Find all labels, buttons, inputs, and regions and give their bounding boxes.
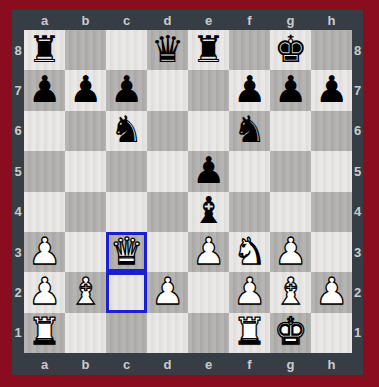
- piece-white-rook[interactable]: ♜: [233, 313, 266, 350]
- file-label-c-bottom: c: [106, 353, 147, 375]
- piece-black-king[interactable]: ♚: [274, 31, 307, 68]
- file-label-a-bottom: a: [24, 353, 65, 375]
- square-b3[interactable]: [65, 232, 106, 272]
- file-label-h-bottom: h: [311, 353, 352, 375]
- square-e6[interactable]: [188, 111, 229, 151]
- piece-white-queen[interactable]: ♛: [110, 233, 143, 270]
- square-a1[interactable]: ♜: [24, 313, 65, 353]
- piece-white-bishop[interactable]: ♝: [69, 273, 102, 310]
- piece-black-queen[interactable]: ♛: [151, 31, 184, 68]
- square-d2[interactable]: ♟: [147, 272, 188, 312]
- square-h8[interactable]: [311, 30, 352, 70]
- file-label-b-bottom: b: [65, 353, 106, 375]
- square-f6[interactable]: ♞: [229, 111, 270, 151]
- square-g3[interactable]: ♟: [270, 232, 311, 272]
- rank-label-3-left: 3: [12, 232, 24, 272]
- file-label-d-bottom: d: [147, 353, 188, 375]
- square-a6[interactable]: [24, 111, 65, 151]
- piece-white-pawn[interactable]: ♟: [28, 233, 61, 270]
- square-g4[interactable]: [270, 192, 311, 232]
- square-d5[interactable]: [147, 151, 188, 191]
- rank-label-4-left: 4: [12, 192, 24, 232]
- square-h4[interactable]: [311, 192, 352, 232]
- square-g2[interactable]: ♝: [270, 272, 311, 312]
- square-a2[interactable]: ♟: [24, 272, 65, 312]
- square-b7[interactable]: ♟: [65, 70, 106, 110]
- piece-black-rook[interactable]: ♜: [28, 31, 61, 68]
- piece-white-knight[interactable]: ♞: [233, 233, 266, 270]
- square-a8[interactable]: ♜: [24, 30, 65, 70]
- file-label-e-top: e: [188, 10, 229, 30]
- square-h6[interactable]: [311, 111, 352, 151]
- file-label-b-top: b: [65, 10, 106, 30]
- square-e3[interactable]: ♟: [188, 232, 229, 272]
- square-e2[interactable]: [188, 272, 229, 312]
- square-b8[interactable]: [65, 30, 106, 70]
- square-h2[interactable]: ♟: [311, 272, 352, 312]
- piece-white-pawn[interactable]: ♟: [274, 233, 307, 270]
- square-d7[interactable]: [147, 70, 188, 110]
- rank-label-7-right: 7: [352, 70, 363, 110]
- piece-white-pawn[interactable]: ♟: [233, 273, 266, 310]
- square-a5[interactable]: [24, 151, 65, 191]
- piece-white-bishop[interactable]: ♝: [274, 273, 307, 310]
- square-d8[interactable]: ♛: [147, 30, 188, 70]
- piece-black-pawn[interactable]: ♟: [315, 71, 348, 108]
- square-g8[interactable]: ♚: [270, 30, 311, 70]
- square-d6[interactable]: [147, 111, 188, 151]
- chess-app-window: abcdefgh abcdefgh 87654321 87654321 ♜♛♜♚…: [0, 0, 379, 387]
- piece-white-pawn[interactable]: ♟: [28, 273, 61, 310]
- piece-black-pawn[interactable]: ♟: [69, 71, 102, 108]
- file-label-d-top: d: [147, 10, 188, 30]
- square-e5[interactable]: ♟: [188, 151, 229, 191]
- piece-black-pawn[interactable]: ♟: [28, 71, 61, 108]
- square-h5[interactable]: [311, 151, 352, 191]
- square-b2[interactable]: ♝: [65, 272, 106, 312]
- square-h7[interactable]: ♟: [311, 70, 352, 110]
- square-c7[interactable]: ♟: [106, 70, 147, 110]
- rank-label-4-right: 4: [352, 192, 363, 232]
- file-label-f-bottom: f: [229, 353, 270, 375]
- square-a3[interactable]: ♟: [24, 232, 65, 272]
- file-label-h-top: h: [311, 10, 352, 30]
- piece-white-pawn[interactable]: ♟: [151, 273, 184, 310]
- square-a4[interactable]: [24, 192, 65, 232]
- rank-label-1-right: 1: [352, 313, 363, 353]
- piece-black-knight[interactable]: ♞: [233, 111, 266, 148]
- square-f8[interactable]: [229, 30, 270, 70]
- piece-white-rook[interactable]: ♜: [28, 313, 61, 350]
- rank-label-5-left: 5: [12, 151, 24, 191]
- square-c1[interactable]: [106, 313, 147, 353]
- square-f4[interactable]: [229, 192, 270, 232]
- piece-black-rook[interactable]: ♜: [192, 31, 225, 68]
- piece-white-pawn[interactable]: ♟: [192, 233, 225, 270]
- square-f7[interactable]: ♟: [229, 70, 270, 110]
- square-b4[interactable]: [65, 192, 106, 232]
- square-e8[interactable]: ♜: [188, 30, 229, 70]
- square-f2[interactable]: ♟: [229, 272, 270, 312]
- file-label-e-bottom: e: [188, 353, 229, 375]
- rank-labels-left: 87654321: [12, 30, 24, 353]
- square-h1[interactable]: [311, 313, 352, 353]
- rank-label-8-right: 8: [352, 30, 363, 70]
- file-label-f-top: f: [229, 10, 270, 30]
- rank-label-3-right: 3: [352, 232, 363, 272]
- square-e7[interactable]: [188, 70, 229, 110]
- square-d3[interactable]: [147, 232, 188, 272]
- rank-label-6-right: 6: [352, 111, 363, 151]
- piece-black-pawn[interactable]: ♟: [110, 71, 143, 108]
- square-a7[interactable]: ♟: [24, 70, 65, 110]
- rank-label-5-right: 5: [352, 151, 363, 191]
- square-c4[interactable]: [106, 192, 147, 232]
- piece-white-king[interactable]: ♚: [274, 313, 307, 350]
- rank-label-1-left: 1: [12, 313, 24, 353]
- piece-black-pawn[interactable]: ♟: [192, 152, 225, 189]
- square-d1[interactable]: [147, 313, 188, 353]
- square-c8[interactable]: [106, 30, 147, 70]
- square-f3[interactable]: ♞: [229, 232, 270, 272]
- square-e4[interactable]: ♝: [188, 192, 229, 232]
- square-h3[interactable]: [311, 232, 352, 272]
- file-labels-bottom: abcdefgh: [24, 353, 352, 375]
- file-label-g-top: g: [270, 10, 311, 30]
- file-label-a-top: a: [24, 10, 65, 30]
- rank-label-2-right: 2: [352, 272, 363, 312]
- square-f1[interactable]: ♜: [229, 313, 270, 353]
- piece-black-pawn[interactable]: ♟: [274, 71, 307, 108]
- square-c6[interactable]: ♞: [106, 111, 147, 151]
- square-c2[interactable]: [106, 272, 147, 312]
- piece-black-knight[interactable]: ♞: [110, 111, 143, 148]
- piece-black-pawn[interactable]: ♟: [233, 71, 266, 108]
- file-label-g-bottom: g: [270, 353, 311, 375]
- square-b6[interactable]: [65, 111, 106, 151]
- chess-board: ♜♛♜♚♟♟♟♟♟♟♞♞♟♝♟♛♟♞♟♟♝♟♟♝♟♜♜♚: [24, 30, 352, 353]
- piece-white-pawn[interactable]: ♟: [315, 273, 348, 310]
- square-e1[interactable]: [188, 313, 229, 353]
- rank-label-6-left: 6: [12, 111, 24, 151]
- rank-labels-right: 87654321: [352, 30, 363, 353]
- piece-black-bishop[interactable]: ♝: [192, 192, 225, 229]
- rank-label-8-left: 8: [12, 30, 24, 70]
- square-f5[interactable]: [229, 151, 270, 191]
- square-d4[interactable]: [147, 192, 188, 232]
- file-label-c-top: c: [106, 10, 147, 30]
- rank-label-2-left: 2: [12, 272, 24, 312]
- square-g7[interactable]: ♟: [270, 70, 311, 110]
- square-g5[interactable]: [270, 151, 311, 191]
- square-b5[interactable]: [65, 151, 106, 191]
- file-labels-top: abcdefgh: [24, 10, 352, 30]
- square-c3[interactable]: ♛: [106, 232, 147, 272]
- rank-label-7-left: 7: [12, 70, 24, 110]
- square-g6[interactable]: [270, 111, 311, 151]
- square-c5[interactable]: [106, 151, 147, 191]
- square-b1[interactable]: [65, 313, 106, 353]
- square-g1[interactable]: ♚: [270, 313, 311, 353]
